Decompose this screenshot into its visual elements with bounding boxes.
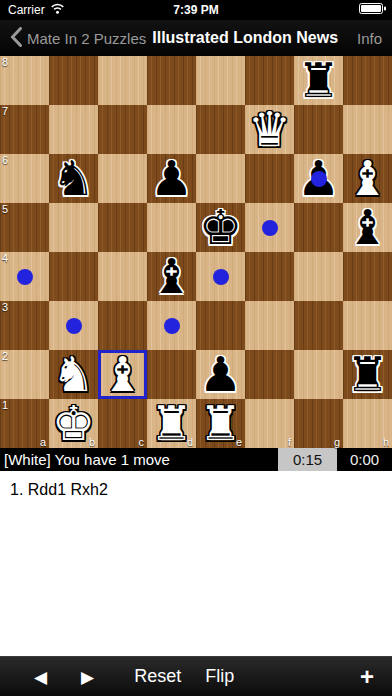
square-f4[interactable] (245, 252, 294, 301)
square-a7[interactable]: 7 (0, 105, 49, 154)
square-c5[interactable] (98, 203, 147, 252)
black-pawn: ♟ (196, 350, 245, 399)
file-label-f: f (288, 436, 291, 448)
square-c4[interactable] (98, 252, 147, 301)
square-d8[interactable] (147, 56, 196, 105)
legal-move-dot[interactable] (66, 318, 82, 334)
file-label-e: e (236, 436, 242, 448)
back-chevron-icon (10, 27, 22, 50)
legal-move-dot[interactable] (17, 269, 33, 285)
white-queen: ♛ (245, 105, 294, 154)
black-knight: ♞ (49, 154, 98, 203)
square-b8[interactable] (49, 56, 98, 105)
chess-board: 8♜7♛6♞♟♟♝5♚♝4♝32♞♝♟♜1ab♚cd♜e♜fgh (0, 56, 392, 448)
white-bishop: ♝ (343, 154, 392, 203)
rank-label-3: 3 (2, 301, 8, 313)
square-a1[interactable]: 1a (0, 399, 49, 448)
file-label-h: h (383, 436, 389, 448)
square-b4[interactable] (49, 252, 98, 301)
square-d1[interactable]: d♜ (147, 399, 196, 448)
square-a4[interactable]: 4 (0, 252, 49, 301)
move-entry[interactable]: 1. Rdd1 Rxh2 (10, 481, 108, 498)
rank-label-4: 4 (2, 252, 8, 264)
rank-label-1: 1 (2, 399, 8, 411)
square-b3[interactable] (49, 301, 98, 350)
app-screen: Carrier 7:39 PM (0, 0, 392, 696)
add-button[interactable]: + (360, 665, 374, 689)
black-king: ♚ (196, 203, 245, 252)
file-label-a: a (40, 436, 46, 448)
square-c3[interactable] (98, 301, 147, 350)
square-d3[interactable] (147, 301, 196, 350)
square-h6[interactable]: ♝ (343, 154, 392, 203)
file-label-d: d (187, 436, 193, 448)
square-d5[interactable] (147, 203, 196, 252)
square-d7[interactable] (147, 105, 196, 154)
square-h1[interactable]: h (343, 399, 392, 448)
white-bishop: ♝ (98, 350, 147, 399)
legal-move-dot[interactable] (262, 220, 278, 236)
legal-move-dot[interactable] (164, 318, 180, 334)
square-e6[interactable] (196, 154, 245, 203)
back-button[interactable]: Mate In 2 Puzzles (10, 27, 146, 50)
reset-button[interactable]: Reset (134, 666, 181, 687)
flip-button[interactable]: Flip (205, 666, 234, 687)
square-e5[interactable]: ♚ (196, 203, 245, 252)
square-h4[interactable] (343, 252, 392, 301)
square-f8[interactable] (245, 56, 294, 105)
square-c7[interactable] (98, 105, 147, 154)
square-a8[interactable]: 8 (0, 56, 49, 105)
turn-message: [White] You have 1 move (4, 451, 170, 468)
game-status-bar: [White] You have 1 move 0:15 0:00 (0, 448, 392, 471)
square-c8[interactable] (98, 56, 147, 105)
square-a3[interactable]: 3 (0, 301, 49, 350)
square-e3[interactable] (196, 301, 245, 350)
square-g7[interactable] (294, 105, 343, 154)
square-e2[interactable]: ♟ (196, 350, 245, 399)
nav-bar: Mate In 2 Puzzles Illustrated London New… (0, 20, 392, 56)
square-f5[interactable] (245, 203, 294, 252)
square-c1[interactable]: c (98, 399, 147, 448)
square-b6[interactable]: ♞ (49, 154, 98, 203)
rank-label-5: 5 (2, 203, 8, 215)
square-g4[interactable] (294, 252, 343, 301)
back-label: Mate In 2 Puzzles (27, 30, 146, 47)
square-h5[interactable]: ♝ (343, 203, 392, 252)
move-list[interactable]: 1. Rdd1 Rxh2 (0, 471, 392, 656)
square-b1[interactable]: b♚ (49, 399, 98, 448)
square-f7[interactable]: ♛ (245, 105, 294, 154)
legal-move-dot[interactable] (213, 269, 229, 285)
square-h8[interactable] (343, 56, 392, 105)
square-b5[interactable] (49, 203, 98, 252)
square-e8[interactable] (196, 56, 245, 105)
rank-label-7: 7 (2, 105, 8, 117)
black-bishop: ♝ (343, 203, 392, 252)
legal-move-dot[interactable] (311, 171, 327, 187)
square-f3[interactable] (245, 301, 294, 350)
black-pawn: ♟ (147, 154, 196, 203)
file-label-g: g (334, 436, 340, 448)
square-d4[interactable]: ♝ (147, 252, 196, 301)
square-a2[interactable]: 2 (0, 350, 49, 399)
square-h2[interactable]: ♜ (343, 350, 392, 399)
square-f6[interactable] (245, 154, 294, 203)
square-b2[interactable]: ♞ (49, 350, 98, 399)
square-c2[interactable]: ♝ (98, 350, 147, 399)
square-g8[interactable]: ♜ (294, 56, 343, 105)
file-label-b: b (89, 436, 95, 448)
black-clock: 0:00 (337, 448, 392, 471)
square-e4[interactable] (196, 252, 245, 301)
square-g3[interactable] (294, 301, 343, 350)
status-bar: Carrier 7:39 PM (0, 0, 392, 20)
square-g5[interactable] (294, 203, 343, 252)
black-rook: ♜ (343, 350, 392, 399)
square-d2[interactable] (147, 350, 196, 399)
square-f1[interactable]: f (245, 399, 294, 448)
square-d6[interactable]: ♟ (147, 154, 196, 203)
square-h7[interactable] (343, 105, 392, 154)
square-h3[interactable] (343, 301, 392, 350)
bottom-toolbar: ◀ ▶ Reset Flip + (0, 656, 392, 696)
white-knight: ♞ (49, 350, 98, 399)
rank-label-2: 2 (2, 350, 8, 362)
next-move-button[interactable]: ▶ (81, 667, 94, 687)
square-e7[interactable] (196, 105, 245, 154)
clock-time: 7:39 PM (0, 3, 392, 17)
square-g2[interactable] (294, 350, 343, 399)
square-a6[interactable]: 6 (0, 154, 49, 203)
square-f2[interactable] (245, 350, 294, 399)
square-g6[interactable]: ♟ (294, 154, 343, 203)
square-c6[interactable] (98, 154, 147, 203)
rank-label-6: 6 (2, 154, 8, 166)
square-b7[interactable] (49, 105, 98, 154)
square-g1[interactable]: g (294, 399, 343, 448)
info-button[interactable]: Info (357, 30, 382, 47)
black-bishop: ♝ (147, 252, 196, 301)
square-a5[interactable]: 5 (0, 203, 49, 252)
square-e1[interactable]: e♜ (196, 399, 245, 448)
file-label-c: c (139, 436, 145, 448)
page-title: Illustrated London News (152, 29, 338, 47)
rank-label-8: 8 (2, 56, 8, 68)
black-rook: ♜ (294, 56, 343, 105)
previous-move-button[interactable]: ◀ (34, 667, 47, 687)
white-clock: 0:15 (278, 448, 337, 471)
